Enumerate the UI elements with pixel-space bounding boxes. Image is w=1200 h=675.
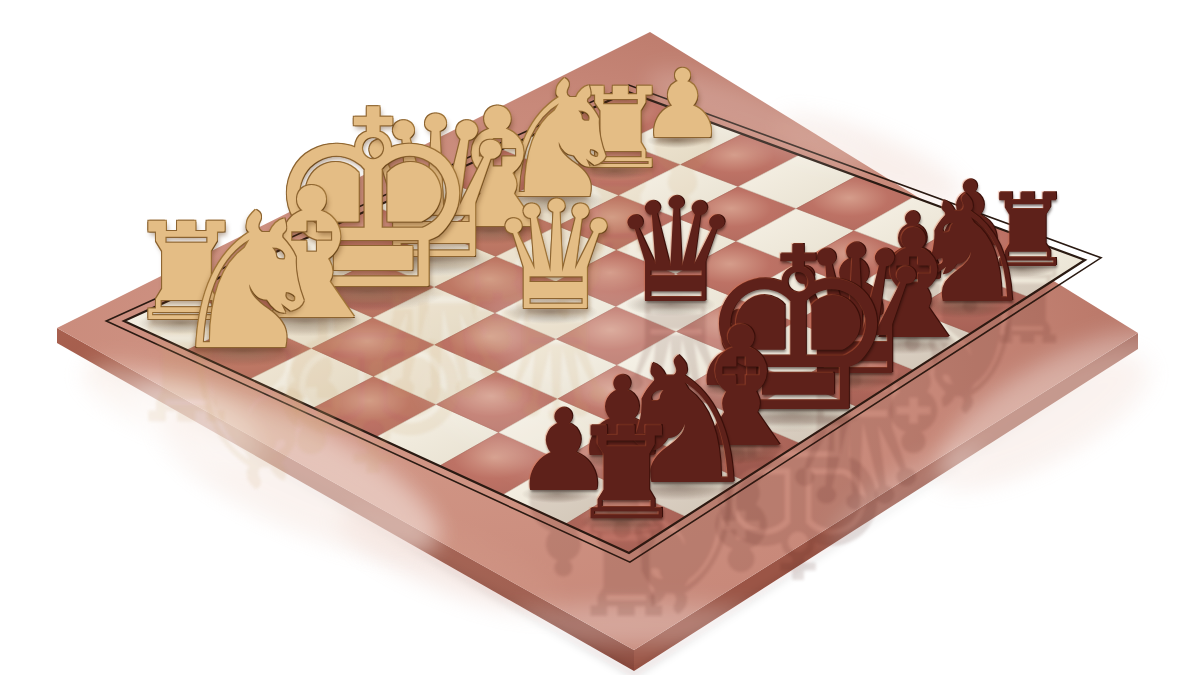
chess-set-product-photo: ♟♟♜♜♞♞♝♝♟♟♛♛♜♜♟♟♚♚♛♛♞♞♛♛♟♟♝♝♜♜♝♝♞♞♛♛♟♟♚♚…	[0, 0, 1200, 675]
piece-black-rook-h8[interactable]: ♜	[563, 411, 690, 538]
piece-white-knight-h2[interactable]: ♞	[156, 188, 344, 376]
piece-white-queen-e4[interactable]: ♛	[481, 181, 631, 331]
